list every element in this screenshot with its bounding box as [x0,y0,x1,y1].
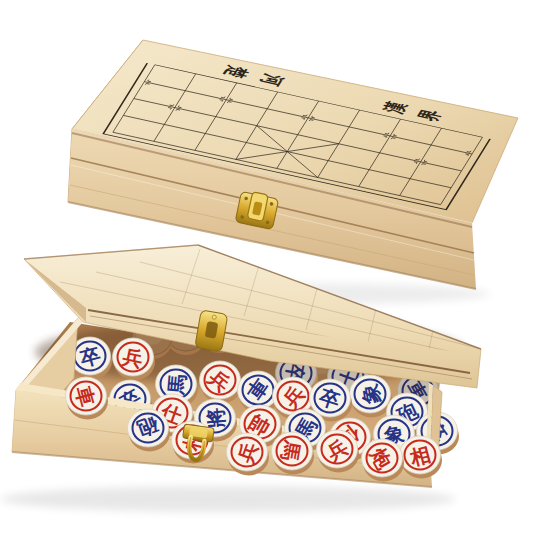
piece-character: 將 [204,407,228,430]
lid-latch[interactable] [195,310,228,352]
piece-character: 馬 [278,438,303,463]
piece-character: 象 [358,382,383,407]
xiangqi-set-illustration: 楚 河 漢 界 卒兵卒士兵馬車車象兵卒卒砲卒象 [0,0,533,533]
product-photo: 楚 河 漢 界 卒兵卒士兵馬車車象兵卒卒砲卒象 [0,0,533,533]
piece-character: 兵 [120,345,145,371]
open-box: 卒兵卒士兵馬車車象兵卒卒砲卒象 [0,245,481,512]
open-box-shadow [0,486,456,512]
piece-character: 馬 [165,373,189,396]
